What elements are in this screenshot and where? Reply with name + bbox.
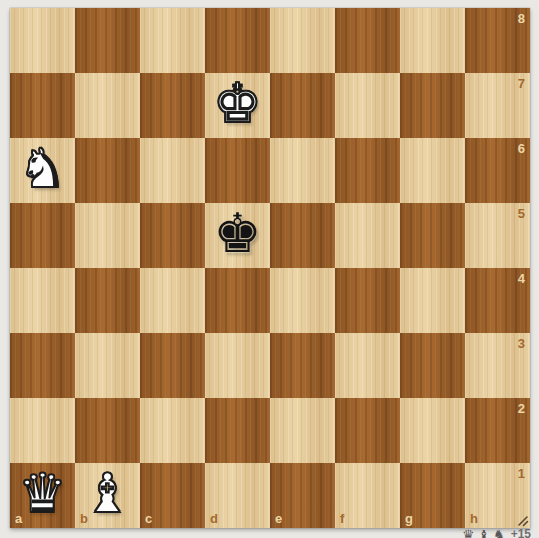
- square-f5[interactable]: [335, 203, 400, 268]
- file-label-d: d: [210, 512, 218, 525]
- square-d6[interactable]: [205, 138, 270, 203]
- square-g8[interactable]: [400, 8, 465, 73]
- square-e2[interactable]: [270, 398, 335, 463]
- rank-label-3: 3: [518, 337, 525, 350]
- square-g1[interactable]: g: [400, 463, 465, 528]
- queen-icon: ♛: [462, 528, 475, 538]
- square-c1[interactable]: c: [140, 463, 205, 528]
- square-g4[interactable]: [400, 268, 465, 333]
- rank-label-6: 6: [518, 142, 525, 155]
- square-f3[interactable]: [335, 333, 400, 398]
- square-a1[interactable]: a♛: [10, 463, 75, 528]
- square-a3[interactable]: [10, 333, 75, 398]
- square-e4[interactable]: [270, 268, 335, 333]
- square-c6[interactable]: [140, 138, 205, 203]
- square-h8[interactable]: 8: [465, 8, 530, 73]
- white-queen[interactable]: ♛: [10, 463, 75, 528]
- square-h5[interactable]: 5: [465, 203, 530, 268]
- square-e3[interactable]: [270, 333, 335, 398]
- square-d5[interactable]: ♚: [205, 203, 270, 268]
- file-label-e: e: [275, 512, 282, 525]
- square-b3[interactable]: [75, 333, 140, 398]
- square-e8[interactable]: [270, 8, 335, 73]
- square-c5[interactable]: [140, 203, 205, 268]
- white-bishop[interactable]: ♝: [75, 463, 140, 528]
- square-g7[interactable]: [400, 73, 465, 138]
- knight-icon: ♞: [493, 528, 506, 538]
- square-f8[interactable]: [335, 8, 400, 73]
- chess-board: 8♚7♞6♚5432a♛b♝cdefgh1: [10, 8, 530, 528]
- square-d1[interactable]: d: [205, 463, 270, 528]
- square-h2[interactable]: 2: [465, 398, 530, 463]
- square-g5[interactable]: [400, 203, 465, 268]
- file-label-f: f: [340, 512, 344, 525]
- square-b1[interactable]: b♝: [75, 463, 140, 528]
- square-b2[interactable]: [75, 398, 140, 463]
- square-f1[interactable]: f: [335, 463, 400, 528]
- square-g2[interactable]: [400, 398, 465, 463]
- white-king[interactable]: ♚: [205, 73, 270, 138]
- square-a4[interactable]: [10, 268, 75, 333]
- square-d8[interactable]: [205, 8, 270, 73]
- square-e5[interactable]: [270, 203, 335, 268]
- square-e6[interactable]: [270, 138, 335, 203]
- rank-label-7: 7: [518, 77, 525, 90]
- square-c7[interactable]: [140, 73, 205, 138]
- square-f7[interactable]: [335, 73, 400, 138]
- square-f4[interactable]: [335, 268, 400, 333]
- square-e7[interactable]: [270, 73, 335, 138]
- material-advantage: +15: [511, 528, 531, 538]
- square-b6[interactable]: [75, 138, 140, 203]
- square-d2[interactable]: [205, 398, 270, 463]
- square-e1[interactable]: e: [270, 463, 335, 528]
- square-c8[interactable]: [140, 8, 205, 73]
- file-label-g: g: [405, 512, 413, 525]
- page-background: 8♚7♞6♚5432a♛b♝cdefgh1 ♛♝♞+15: [0, 0, 539, 538]
- square-d4[interactable]: [205, 268, 270, 333]
- square-f2[interactable]: [335, 398, 400, 463]
- square-g3[interactable]: [400, 333, 465, 398]
- rank-label-8: 8: [518, 12, 525, 25]
- square-a8[interactable]: [10, 8, 75, 73]
- rank-label-1: 1: [518, 467, 525, 480]
- square-c2[interactable]: [140, 398, 205, 463]
- white-knight[interactable]: ♞: [10, 138, 75, 203]
- rank-label-4: 4: [518, 272, 525, 285]
- bishop-icon: ♝: [478, 528, 491, 538]
- material-bar: ♛♝♞+15: [462, 528, 531, 538]
- square-a6[interactable]: ♞: [10, 138, 75, 203]
- file-label-h: h: [470, 512, 478, 525]
- rank-label-5: 5: [518, 207, 525, 220]
- square-a2[interactable]: [10, 398, 75, 463]
- square-a7[interactable]: [10, 73, 75, 138]
- square-h7[interactable]: 7: [465, 73, 530, 138]
- square-c3[interactable]: [140, 333, 205, 398]
- square-c4[interactable]: [140, 268, 205, 333]
- square-b4[interactable]: [75, 268, 140, 333]
- square-d3[interactable]: [205, 333, 270, 398]
- square-h1[interactable]: h1: [465, 463, 530, 528]
- square-g6[interactable]: [400, 138, 465, 203]
- square-h6[interactable]: 6: [465, 138, 530, 203]
- rank-label-2: 2: [518, 402, 525, 415]
- square-b7[interactable]: [75, 73, 140, 138]
- square-h3[interactable]: 3: [465, 333, 530, 398]
- square-a5[interactable]: [10, 203, 75, 268]
- file-label-c: c: [145, 512, 152, 525]
- square-d7[interactable]: ♚: [205, 73, 270, 138]
- black-king[interactable]: ♚: [205, 203, 270, 268]
- square-f6[interactable]: [335, 138, 400, 203]
- square-h4[interactable]: 4: [465, 268, 530, 333]
- square-b5[interactable]: [75, 203, 140, 268]
- square-b8[interactable]: [75, 8, 140, 73]
- board-resize-handle-icon[interactable]: [515, 513, 529, 527]
